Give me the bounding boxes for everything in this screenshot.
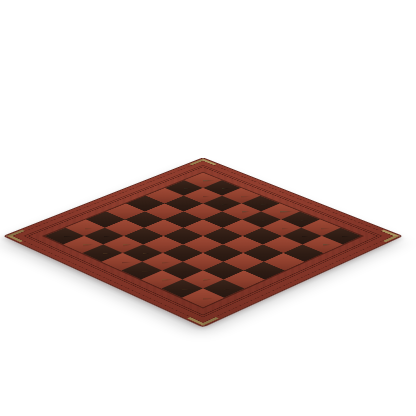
- square-d6[interactable]: [203, 211, 242, 227]
- brass-corner-protector-left: [6, 230, 36, 243]
- piece-base: [273, 221, 290, 228]
- piece-base: [189, 287, 216, 298]
- square-c5[interactable]: [164, 211, 203, 227]
- square-h1[interactable]: ♜: [182, 289, 224, 308]
- piece-base: [233, 205, 250, 212]
- rook-figure-glyph: ♜: [185, 254, 221, 291]
- product-photo-stage: ♜♞♝♛♚♝♞♜♟♟♟♟♟♟♟♟♟♟♟♟♟♟♟♟♜♞♝♛♚♝♞♜: [0, 0, 416, 416]
- piece-base: [314, 237, 331, 244]
- board-squares: ♜♞♝♛♚♝♞♜♟♟♟♟♟♟♟♟♟♟♟♟♟♟♟♟♜♞♝♛♚♝♞♜: [45, 173, 362, 307]
- piece-base: [195, 189, 211, 196]
- chess-board: ♜♞♝♛♚♝♞♜♟♟♟♟♟♟♟♟♟♟♟♟♟♟♟♟♜♞♝♛♚♝♞♜: [5, 158, 401, 326]
- piece-base: [214, 197, 231, 204]
- chess-scene: ♜♞♝♛♚♝♞♜♟♟♟♟♟♟♟♟♟♟♟♟♟♟♟♟♜♞♝♛♚♝♞♜: [0, 0, 416, 416]
- figurine: ♟: [312, 218, 334, 244]
- figurine: ♟: [193, 171, 214, 196]
- square-g5[interactable]: [243, 244, 283, 261]
- piece-base: [176, 181, 192, 188]
- figurine: ♟: [271, 202, 292, 228]
- figurine: ♜: [185, 254, 221, 298]
- piece-base: [293, 229, 310, 236]
- brass-corner-protector-near: [187, 311, 219, 325]
- piece-base: [253, 213, 270, 220]
- figurine: ♟: [231, 186, 252, 212]
- square-e6[interactable]: [223, 220, 262, 236]
- brass-corner-protector-right: [370, 230, 400, 243]
- figurine: ♟: [174, 163, 195, 188]
- figurine: ♟: [212, 178, 233, 203]
- figurine: ♟: [251, 194, 272, 220]
- figurine: ♟: [291, 210, 313, 236]
